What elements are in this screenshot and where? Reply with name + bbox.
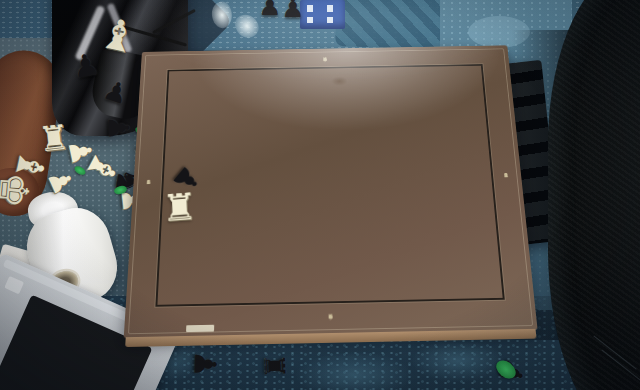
coord-right-1: 1 [504, 173, 508, 178]
board-playing-area: ♜♟ [155, 64, 504, 307]
chess-photo-scene: abcdefgh abcdefgh 87654321 87654321 ♜♟ ♝… [0, 0, 640, 390]
carpet-teal-motif [335, 0, 449, 50]
board-brand-plate [186, 325, 214, 332]
carpet-motif [296, 352, 412, 390]
coords-top: abcdefgh [170, 53, 481, 66]
blue-box-dot [327, 5, 333, 12]
laptop-sticker [4, 276, 24, 294]
piece-layer: ♜♟ [157, 66, 502, 305]
coord-bottom-h: h [329, 314, 333, 320]
coords-left: 87654321 [137, 72, 160, 306]
chessboard: abcdefgh abcdefgh 87654321 87654321 ♜♟ [124, 45, 538, 338]
coords-bottom: abcdefgh [156, 308, 504, 325]
blue-box-dot [307, 17, 313, 23]
office-chair [548, 0, 640, 390]
coord-top-h: h [323, 57, 326, 62]
blue-box [300, 0, 345, 29]
carpet-motif [412, 340, 504, 382]
blue-box-dot [307, 5, 313, 12]
blue-box-dot [327, 17, 333, 23]
coord-left-1: 1 [147, 180, 151, 185]
